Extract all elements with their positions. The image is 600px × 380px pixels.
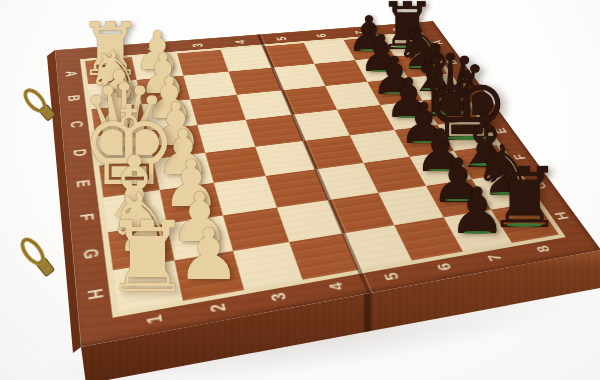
- scene: AA11BB22CC33DD44EE55FF66GG77HH88 ♜♞♝♛♚♝♞…: [0, 0, 600, 380]
- pieces-layer: ♜♞♝♛♚♝♞♜♟♟♟♟♟♟♟♟♟♟♟♟♟♟♟♟♜♞♝♛♚♝♞♜: [0, 0, 600, 380]
- piece-glyph: ♟: [446, 180, 510, 244]
- piece-black-pawn-h7[interactable]: ♟: [446, 180, 510, 244]
- piece-white-rook-h1[interactable]: ♜: [99, 209, 197, 307]
- piece-glyph: ♜: [99, 209, 197, 307]
- felt-base: [464, 231, 491, 234]
- felt-base: [507, 223, 542, 226]
